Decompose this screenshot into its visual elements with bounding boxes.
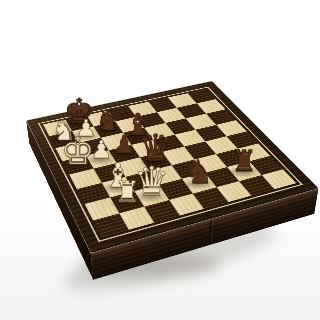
piece-black-pawn[interactable]: ♟ xyxy=(113,133,135,158)
piece-white-rook[interactable]: ♜ xyxy=(114,178,140,207)
square-g1[interactable] xyxy=(239,175,274,196)
square-a1[interactable] xyxy=(93,213,128,237)
fold-seam-front xyxy=(209,219,212,245)
piece-white-king[interactable]: ♚ xyxy=(61,133,95,171)
square-h1[interactable] xyxy=(261,169,296,189)
piece-black-knight[interactable]: ♞ xyxy=(184,156,213,189)
square-b1[interactable] xyxy=(119,206,154,229)
square-d1[interactable] xyxy=(169,193,204,215)
product-photo-stage: ♚♞♟♞♝♚♟♟♛♝♜♛♞♜ xyxy=(0,0,320,320)
square-f1[interactable] xyxy=(216,181,251,202)
piece-black-rook[interactable]: ♜ xyxy=(231,147,257,176)
